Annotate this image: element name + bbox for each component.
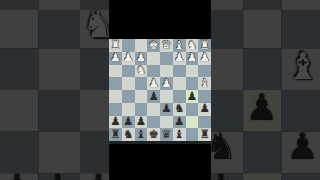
- square-d8: ♛: [160, 128, 173, 141]
- square-g4: [122, 77, 135, 90]
- square-h3: [109, 65, 122, 78]
- square-c5: [173, 90, 186, 103]
- white-pawn-piece: ♟: [123, 52, 133, 64]
- black-pawn-piece: ♟: [42, 172, 75, 180]
- white-pawn-piece: ♟: [136, 52, 146, 64]
- square-h3: [0, 8, 38, 49]
- white-pawn-piece: ♟: [174, 52, 184, 64]
- square-e2: [147, 52, 160, 65]
- black-pawn-piece: ♟: [136, 116, 146, 128]
- square-h6: [109, 103, 122, 116]
- chessboard: ♜♚♛♝♞♜♟♟♟♟♟♟♞♟♟♝♟♟♟♞♟♟♟♟♟♜♞♝♚♛♝♜: [109, 39, 211, 141]
- square-e1: ♚: [147, 39, 160, 52]
- square-b4: [242, 49, 283, 90]
- white-queen-piece: ♛: [161, 39, 171, 51]
- square-e6: [147, 103, 160, 116]
- black-knight-piece: ♞: [174, 103, 184, 115]
- square-h1: ♜: [109, 39, 122, 52]
- square-d7: [160, 116, 173, 129]
- square-e5: ♟: [147, 90, 160, 103]
- black-bishop-piece: ♝: [136, 128, 146, 140]
- video-frame: ♜♚♛♝♞♜♟♟♟♟♟♟♞♟♟♝♟♟♟♞♟♟♟♟♟♜♞♝♚♛♝♜ ♜♚♛♝♞♜♟…: [0, 0, 320, 180]
- black-pawn-piece: ♟: [1, 172, 34, 180]
- square-b5: ♟: [242, 90, 283, 131]
- square-c7: ♟: [173, 116, 186, 129]
- white-pawn-piece: ♟: [246, 0, 279, 5]
- white-pawn-piece: ♟: [148, 77, 158, 89]
- square-g2: ♟: [38, 0, 79, 8]
- square-c3: [173, 65, 186, 78]
- square-b6: [242, 131, 283, 172]
- square-a3: [198, 65, 211, 78]
- white-king-piece: ♚: [148, 39, 158, 51]
- square-h2: ♟: [0, 0, 38, 8]
- white-rook-piece: ♜: [110, 39, 120, 51]
- white-pawn-piece: ♟: [286, 0, 319, 5]
- square-e8: ♚: [147, 128, 160, 141]
- square-h7: ♟: [109, 116, 122, 129]
- square-d3: [160, 65, 173, 78]
- square-g3: [38, 8, 79, 49]
- square-h5: [0, 90, 38, 131]
- square-a4: ♝: [282, 49, 320, 90]
- white-pawn-piece: ♟: [42, 0, 75, 5]
- square-d5: [160, 90, 173, 103]
- black-pawn-piece: ♟: [199, 103, 209, 115]
- square-g5: [38, 90, 79, 131]
- square-h5: [109, 90, 122, 103]
- white-rook-piece: ♜: [199, 39, 209, 51]
- black-pawn-piece: ♟: [174, 116, 184, 128]
- square-a6: ♟: [282, 131, 320, 172]
- black-king-piece: ♚: [148, 128, 158, 140]
- square-g7: ♟: [38, 172, 79, 180]
- square-h2: ♟: [109, 52, 122, 65]
- square-c8: ♝: [173, 128, 186, 141]
- square-d2: [160, 52, 173, 65]
- square-b3: [242, 8, 283, 49]
- square-c2: ♟: [173, 52, 186, 65]
- square-g1: [122, 39, 135, 52]
- square-b3: [186, 65, 199, 78]
- square-f5: [135, 90, 148, 103]
- square-b7: [186, 116, 199, 129]
- square-g3: [122, 65, 135, 78]
- square-b7: [242, 172, 283, 180]
- square-h4: [0, 49, 38, 90]
- black-pawn-piece: ♟: [148, 90, 158, 102]
- square-g2: ♟: [122, 52, 135, 65]
- square-f2: ♟: [135, 52, 148, 65]
- square-a6: ♟: [198, 103, 211, 116]
- square-c4: [173, 77, 186, 90]
- square-g6: [38, 131, 79, 172]
- black-pawn-piece: ♟: [110, 116, 120, 128]
- black-pawn-piece: ♟: [187, 90, 197, 102]
- square-h6: [0, 131, 38, 172]
- video-strip[interactable]: ♜♚♛♝♞♜♟♟♟♟♟♟♞♟♟♝♟♟♟♞♟♟♟♟♟♜♞♝♚♛♝♜: [109, 0, 211, 180]
- square-h8: ♜: [109, 128, 122, 141]
- white-bishop-piece: ♝: [174, 39, 184, 51]
- square-e4: ♟: [147, 77, 160, 90]
- square-b2: ♟: [242, 0, 283, 8]
- square-b5: ♟: [186, 90, 199, 103]
- square-a7: [198, 116, 211, 129]
- square-a3: [282, 8, 320, 49]
- white-pawn-piece: ♟: [1, 0, 34, 5]
- black-pawn-piece: ♟: [161, 103, 171, 115]
- black-bishop-piece: ♝: [174, 128, 184, 140]
- square-a4: ♝: [198, 77, 211, 90]
- square-a5: [198, 90, 211, 103]
- black-pawn-piece: ♟: [286, 131, 319, 168]
- square-f8: ♝: [135, 128, 148, 141]
- square-a1: ♜: [198, 39, 211, 52]
- square-f4: [135, 77, 148, 90]
- square-e7: [147, 116, 160, 129]
- black-queen-piece: ♛: [161, 128, 171, 140]
- white-knight-piece: ♞: [187, 39, 197, 51]
- square-g5: [122, 90, 135, 103]
- square-e3: [147, 65, 160, 78]
- square-d4: ♟: [160, 77, 173, 90]
- square-g4: [38, 49, 79, 90]
- square-h7: ♟: [0, 172, 38, 180]
- square-b4: [186, 77, 199, 90]
- white-pawn-piece: ♟: [110, 52, 120, 64]
- square-g8: ♞: [122, 128, 135, 141]
- square-a2: ♟: [282, 0, 320, 8]
- square-d6: ♟: [160, 103, 173, 116]
- square-f7: ♟: [135, 116, 148, 129]
- square-h4: [109, 77, 122, 90]
- square-g6: [122, 103, 135, 116]
- white-bishop-piece: ♝: [199, 77, 209, 89]
- square-g7: ♟: [122, 116, 135, 129]
- white-pawn-piece: ♟: [199, 52, 209, 64]
- square-b6: [186, 103, 199, 116]
- black-rook-piece: ♜: [110, 128, 120, 140]
- black-pawn-piece: ♟: [123, 116, 133, 128]
- square-a8: ♜: [198, 128, 211, 141]
- board-bottom-edge-artifact: [109, 141, 211, 144]
- square-d1: ♛: [160, 39, 173, 52]
- square-a5: [282, 90, 320, 131]
- black-rook-piece: ♜: [199, 128, 209, 140]
- square-b1: ♞: [186, 39, 199, 52]
- white-bishop-piece: ♝: [286, 50, 319, 87]
- white-pawn-piece: ♟: [187, 52, 197, 64]
- square-c1: ♝: [173, 39, 186, 52]
- black-knight-piece: ♞: [123, 128, 133, 140]
- square-f1: [135, 39, 148, 52]
- square-b8: [186, 128, 199, 141]
- square-b2: ♟: [186, 52, 199, 65]
- black-pawn-piece: ♟: [246, 90, 279, 127]
- square-a7: [282, 172, 320, 180]
- square-a2: ♟: [198, 52, 211, 65]
- square-f3: ♞: [135, 65, 148, 78]
- white-knight-piece: ♞: [136, 65, 146, 77]
- square-c6: ♞: [173, 103, 186, 116]
- square-f6: [135, 103, 148, 116]
- white-pawn-piece: ♟: [161, 77, 171, 89]
